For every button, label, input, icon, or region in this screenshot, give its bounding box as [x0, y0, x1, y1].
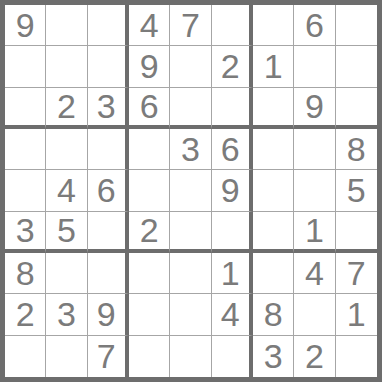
cell-r6c9[interactable] — [336, 212, 377, 253]
given-digit: 3 — [57, 297, 76, 331]
cell-r2c7: 1 — [253, 46, 294, 87]
cell-r3c2: 2 — [46, 88, 87, 129]
cell-r5c6: 9 — [212, 170, 253, 211]
given-digit: 7 — [181, 8, 200, 42]
given-digit: 8 — [347, 132, 366, 166]
given-digit: 6 — [140, 89, 159, 123]
cell-r5c3: 6 — [88, 170, 129, 211]
cell-r5c4[interactable] — [129, 170, 170, 211]
cell-r3c5[interactable] — [170, 88, 211, 129]
given-digit: 2 — [305, 339, 324, 373]
cell-r3c7[interactable] — [253, 88, 294, 129]
cell-r8c5[interactable] — [170, 294, 211, 335]
given-digit: 3 — [16, 213, 35, 247]
cell-r3c8: 9 — [294, 88, 335, 129]
cell-r2c1[interactable] — [5, 46, 46, 87]
given-digit: 9 — [305, 89, 324, 123]
cell-r1c3[interactable] — [88, 5, 129, 46]
cell-r5c9: 5 — [336, 170, 377, 211]
cell-r2c2[interactable] — [46, 46, 87, 87]
given-digit: 2 — [221, 49, 240, 83]
cell-r7c3[interactable] — [88, 253, 129, 294]
given-digit: 3 — [264, 339, 283, 373]
sudoku-board: 94769212369368469535218147239481732 — [0, 0, 382, 382]
cell-r9c1[interactable] — [5, 336, 46, 377]
cell-r1c8: 6 — [294, 5, 335, 46]
cell-r9c5[interactable] — [170, 336, 211, 377]
cell-r6c5[interactable] — [170, 212, 211, 253]
given-digit: 4 — [221, 297, 240, 331]
given-digit: 2 — [140, 213, 159, 247]
cell-r1c4: 4 — [129, 5, 170, 46]
given-digit: 2 — [16, 297, 35, 331]
cell-r7c9: 7 — [336, 253, 377, 294]
cell-r4c1[interactable] — [5, 129, 46, 170]
cell-r5c2: 4 — [46, 170, 87, 211]
cell-r8c3: 9 — [88, 294, 129, 335]
cell-r2c5[interactable] — [170, 46, 211, 87]
given-digit: 7 — [347, 256, 366, 290]
cell-r1c5: 7 — [170, 5, 211, 46]
cell-r4c6: 6 — [212, 129, 253, 170]
given-digit: 6 — [221, 132, 240, 166]
cell-r8c8[interactable] — [294, 294, 335, 335]
given-digit: 7 — [97, 339, 116, 373]
cell-r9c8: 2 — [294, 336, 335, 377]
cell-r1c2[interactable] — [46, 5, 87, 46]
cell-r8c9: 1 — [336, 294, 377, 335]
given-digit: 9 — [16, 8, 35, 42]
cell-r3c9[interactable] — [336, 88, 377, 129]
cell-r2c4: 9 — [129, 46, 170, 87]
cell-r3c3: 3 — [88, 88, 129, 129]
cell-r4c7[interactable] — [253, 129, 294, 170]
given-digit: 2 — [57, 89, 76, 123]
cell-r9c9[interactable] — [336, 336, 377, 377]
cell-r6c7[interactable] — [253, 212, 294, 253]
cell-r9c3: 7 — [88, 336, 129, 377]
given-digit: 3 — [97, 89, 116, 123]
cell-r5c5[interactable] — [170, 170, 211, 211]
cell-r8c1: 2 — [5, 294, 46, 335]
cell-r6c2: 5 — [46, 212, 87, 253]
cell-r5c1[interactable] — [5, 170, 46, 211]
given-digit: 4 — [140, 8, 159, 42]
cell-r6c4: 2 — [129, 212, 170, 253]
given-digit: 4 — [57, 173, 76, 207]
cell-r4c3[interactable] — [88, 129, 129, 170]
given-digit: 8 — [264, 297, 283, 331]
cell-r7c7[interactable] — [253, 253, 294, 294]
cell-r2c3[interactable] — [88, 46, 129, 87]
cell-r3c4: 6 — [129, 88, 170, 129]
cell-r8c4[interactable] — [129, 294, 170, 335]
given-digit: 6 — [305, 8, 324, 42]
given-digit: 4 — [305, 256, 324, 290]
cell-r7c8: 4 — [294, 253, 335, 294]
cell-r3c1[interactable] — [5, 88, 46, 129]
cell-r8c2: 3 — [46, 294, 87, 335]
cell-r3c6[interactable] — [212, 88, 253, 129]
cell-r7c1: 8 — [5, 253, 46, 294]
cell-r4c2[interactable] — [46, 129, 87, 170]
cell-r8c6: 4 — [212, 294, 253, 335]
cell-r5c7[interactable] — [253, 170, 294, 211]
cell-r7c6: 1 — [212, 253, 253, 294]
cell-r5c8[interactable] — [294, 170, 335, 211]
cell-r9c2[interactable] — [46, 336, 87, 377]
cell-r6c1: 3 — [5, 212, 46, 253]
given-digit: 1 — [347, 297, 366, 331]
cell-r2c8[interactable] — [294, 46, 335, 87]
cell-r4c5: 3 — [170, 129, 211, 170]
given-digit: 6 — [97, 173, 116, 207]
given-digit: 3 — [181, 132, 200, 166]
given-digit: 1 — [305, 213, 324, 247]
cell-r9c6[interactable] — [212, 336, 253, 377]
given-digit: 5 — [347, 173, 366, 207]
cell-r6c8: 1 — [294, 212, 335, 253]
cell-r1c1: 9 — [5, 5, 46, 46]
cell-r1c7[interactable] — [253, 5, 294, 46]
cell-r1c9[interactable] — [336, 5, 377, 46]
given-digit: 9 — [97, 297, 116, 331]
cell-r1c6[interactable] — [212, 5, 253, 46]
cell-r6c3[interactable] — [88, 212, 129, 253]
cell-r2c9[interactable] — [336, 46, 377, 87]
cell-r8c7: 8 — [253, 294, 294, 335]
cell-r7c4[interactable] — [129, 253, 170, 294]
cell-r9c4[interactable] — [129, 336, 170, 377]
cell-r2c6: 2 — [212, 46, 253, 87]
cell-r4c9: 8 — [336, 129, 377, 170]
given-digit: 9 — [140, 49, 159, 83]
given-digit: 5 — [57, 213, 76, 247]
given-digit: 8 — [16, 256, 35, 290]
cell-r4c4[interactable] — [129, 129, 170, 170]
cell-r7c2[interactable] — [46, 253, 87, 294]
given-digit: 9 — [221, 173, 240, 207]
given-digit: 1 — [264, 49, 283, 83]
cell-r6c6[interactable] — [212, 212, 253, 253]
given-digit: 1 — [221, 256, 240, 290]
cell-r4c8[interactable] — [294, 129, 335, 170]
cell-r9c7: 3 — [253, 336, 294, 377]
cell-r7c5[interactable] — [170, 253, 211, 294]
